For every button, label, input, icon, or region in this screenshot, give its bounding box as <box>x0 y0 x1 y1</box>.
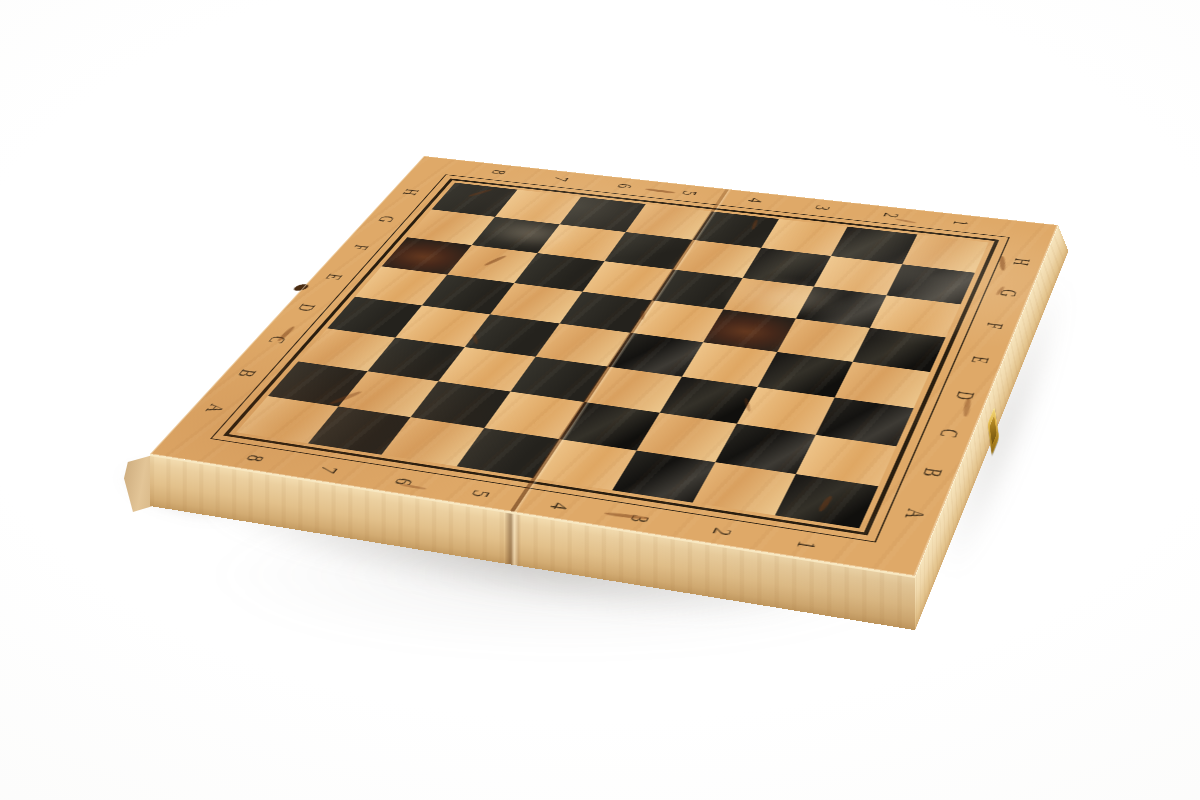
rank-label-near-4: 4 <box>538 496 580 517</box>
rank-label-near-3: 3 <box>618 508 660 530</box>
rank-label-near-8: 8 <box>234 448 275 468</box>
rank-label-far-8: 8 <box>482 166 515 179</box>
file-label-left-H: H <box>393 186 427 199</box>
rank-label-far-1: 1 <box>944 216 977 230</box>
photo-stage: 8765432187654321HGFEDCBAHGFEDCBA <box>0 0 1200 800</box>
file-label-left-C: C <box>258 331 296 348</box>
file-label-right-C: C <box>929 423 967 443</box>
file-label-left-E: E <box>315 269 351 284</box>
rank-label-far-5: 5 <box>672 186 705 199</box>
rank-label-near-2: 2 <box>700 521 742 543</box>
rank-label-far-3: 3 <box>805 201 838 215</box>
file-label-right-A: A <box>894 503 935 525</box>
file-label-right-G: G <box>990 285 1025 301</box>
rank-label-far-4: 4 <box>738 194 771 208</box>
file-label-right-H: H <box>1004 254 1038 269</box>
rank-label-near-7: 7 <box>307 460 348 480</box>
file-label-right-B: B <box>912 462 951 483</box>
rank-label-near-1: 1 <box>785 534 827 557</box>
rank-label-far-7: 7 <box>544 172 577 185</box>
file-label-right-E: E <box>961 351 997 369</box>
file-label-left-F: F <box>342 240 377 254</box>
hinge-detail <box>291 283 311 292</box>
file-label-left-B: B <box>227 365 266 382</box>
file-label-left-G: G <box>368 212 402 226</box>
file-label-right-F: F <box>976 317 1012 334</box>
rank-label-near-5: 5 <box>459 483 501 504</box>
file-label-left-D: D <box>287 300 324 316</box>
fold-seam-side <box>505 513 519 566</box>
board-grid <box>236 183 988 529</box>
rank-label-far-6: 6 <box>608 179 641 192</box>
wood-grain-streak <box>645 188 676 194</box>
file-label-left-A: A <box>195 399 235 417</box>
rank-label-far-2: 2 <box>874 208 907 222</box>
rank-label-near-6: 6 <box>382 471 424 491</box>
file-label-right-D: D <box>946 386 983 405</box>
